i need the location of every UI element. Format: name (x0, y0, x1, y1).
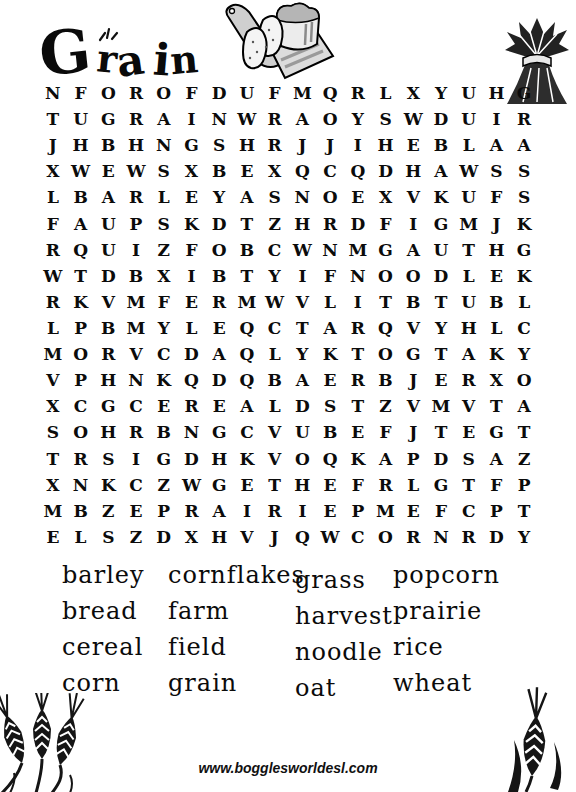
grid-cell: U (455, 80, 483, 106)
grid-cell: P (510, 472, 538, 498)
grid-cell: P (67, 367, 95, 393)
grid-cell: L (510, 289, 538, 315)
grid-cell: P (150, 498, 178, 524)
grid-cell: U (233, 80, 261, 106)
grid-cell: E (399, 132, 427, 158)
grid-cell: H (399, 158, 427, 184)
grid-cell: R (261, 498, 289, 524)
grid-cell: F (372, 419, 400, 445)
grid-cell: Z (372, 393, 400, 419)
title-letter: G (36, 20, 93, 85)
grid-cell: B (205, 158, 233, 184)
grid-cell: C (455, 498, 483, 524)
grid-cell: H (122, 132, 150, 158)
grid-cell: R (344, 315, 372, 341)
grid-cell: V (261, 419, 289, 445)
grid-cell: S (150, 211, 178, 237)
grid-cell: S (316, 393, 344, 419)
grid-cell: B (483, 289, 511, 315)
grid-cell: J (261, 524, 289, 550)
grid-cell: G (150, 446, 178, 472)
grid-cell: W (455, 158, 483, 184)
grid-cell: Z (122, 524, 150, 550)
grid-cell: G (483, 419, 511, 445)
grid-cell: Y (510, 341, 538, 367)
sparkle-icon (97, 26, 119, 44)
grid-cell: G (510, 80, 538, 106)
grid-cell: V (94, 289, 122, 315)
grid-cell: K (510, 211, 538, 237)
word-list: barleybreadcerealcorncornflakesfarmfield… (62, 558, 530, 707)
grid-cell: Y (261, 263, 289, 289)
grid-cell: Q (344, 158, 372, 184)
grid-cell: W (122, 158, 150, 184)
grid-cell: R (261, 106, 289, 132)
grid-cell: C (261, 315, 289, 341)
grid-cell: Z (261, 211, 289, 237)
word-item: field (168, 630, 295, 666)
grid-cell: O (372, 524, 400, 550)
grid-cell: W (399, 106, 427, 132)
grid-cell: S (261, 184, 289, 210)
grid-cell: F (483, 184, 511, 210)
grid-cell: I (233, 498, 261, 524)
grid-cell: J (39, 132, 67, 158)
title-letter: n (169, 40, 200, 80)
grid-cell: H (94, 367, 122, 393)
grid-cell: R (261, 132, 289, 158)
grid-cell: R (39, 237, 67, 263)
word-item: grass (295, 563, 393, 599)
grid-cell: M (288, 80, 316, 106)
grid-cell: M (233, 289, 261, 315)
grid-cell: K (67, 289, 95, 315)
grid-cell: Y (344, 106, 372, 132)
grid-cell: N (316, 237, 344, 263)
grid-cell: E (427, 367, 455, 393)
grid-cell: V (399, 184, 427, 210)
grid-cell: D (205, 80, 233, 106)
grid-cell: G (94, 106, 122, 132)
grid-cell: A (372, 446, 400, 472)
grid-cell: K (510, 263, 538, 289)
grid-cell: X (150, 263, 178, 289)
grid-cell: E (94, 158, 122, 184)
grid-cell: O (288, 446, 316, 472)
grid-cell: N (288, 184, 316, 210)
grid-cell: C (150, 341, 178, 367)
grid-cell: Y (427, 80, 455, 106)
grid-cell: X (483, 367, 511, 393)
grid-cell: A (510, 393, 538, 419)
word-item: oat (295, 671, 393, 707)
grid-cell: D (205, 367, 233, 393)
grid-cell: B (372, 367, 400, 393)
word-item: bread (62, 594, 168, 630)
grid-cell: H (455, 315, 483, 341)
grid-cell: H (483, 237, 511, 263)
grid-cell: O (150, 80, 178, 106)
grid-cell: K (427, 184, 455, 210)
grid-cell: A (233, 184, 261, 210)
grid-cell: I (288, 498, 316, 524)
grid-cell: B (94, 132, 122, 158)
grid-cell: B (67, 498, 95, 524)
grid-cell: B (233, 237, 261, 263)
grid-cell: R (122, 184, 150, 210)
grid-cell: W (39, 263, 67, 289)
grid-cell: T (67, 263, 95, 289)
grid-cell: K (344, 446, 372, 472)
grid-cell: N (205, 106, 233, 132)
grid-cell: I (483, 106, 511, 132)
grid-cell: R (399, 524, 427, 550)
grid-cell: T (261, 472, 289, 498)
grid-cell: C (261, 237, 289, 263)
grid-cell: Z (510, 446, 538, 472)
grid-cell: U (427, 237, 455, 263)
grid-cell: F (483, 472, 511, 498)
grid-cell: A (427, 158, 455, 184)
grid-cell: X (399, 80, 427, 106)
grid-cell: H (288, 472, 316, 498)
grid-cell: Q (288, 158, 316, 184)
grid-cell: G (205, 419, 233, 445)
grid-cell: L (261, 341, 289, 367)
grid-cell: N (39, 80, 67, 106)
grid-cell: E (344, 419, 372, 445)
grid-cell: E (233, 472, 261, 498)
word-search-grid: NFOROFDUFMQRLXYUHGTUGRAINWRAOYSWDUIRJHBH… (39, 80, 538, 550)
grid-cell: A (399, 237, 427, 263)
grid-cell: P (67, 315, 95, 341)
grid-cell: R (316, 211, 344, 237)
grid-cell: T (233, 263, 261, 289)
grid-cell: M (39, 498, 67, 524)
grid-cell: I (288, 263, 316, 289)
grid-cell: N (344, 263, 372, 289)
grid-cell: N (150, 132, 178, 158)
word-list-column: barleybreadcerealcorn (62, 558, 168, 707)
grid-cell: H (67, 132, 95, 158)
grid-cell: X (39, 158, 67, 184)
grid-cell: S (205, 132, 233, 158)
grid-cell: A (205, 498, 233, 524)
grid-cell: C (67, 393, 95, 419)
grid-cell: T (427, 341, 455, 367)
grid-cell: L (455, 132, 483, 158)
grid-cell: G (427, 211, 455, 237)
grid-cell: I (122, 237, 150, 263)
grid-cell: A (67, 211, 95, 237)
grid-cell: V (122, 341, 150, 367)
grid-cell: U (455, 289, 483, 315)
grid-cell: Q (288, 524, 316, 550)
grid-cell: O (510, 367, 538, 393)
grid-cell: O (399, 263, 427, 289)
grid-cell: A (150, 106, 178, 132)
grid-cell: T (233, 211, 261, 237)
grid-cell: E (399, 498, 427, 524)
grid-cell: W (233, 106, 261, 132)
grid-cell: T (510, 498, 538, 524)
grid-cell: B (399, 289, 427, 315)
grid-cell: O (205, 237, 233, 263)
grid-cell: M (344, 237, 372, 263)
grid-cell: T (455, 472, 483, 498)
grid-cell: F (39, 211, 67, 237)
grid-cell: R (344, 367, 372, 393)
grid-cell: S (510, 158, 538, 184)
grid-cell: L (483, 315, 511, 341)
grid-cell: H (205, 524, 233, 550)
grid-cell: U (94, 211, 122, 237)
grid-cell: F (261, 80, 289, 106)
grid-cell: S (483, 158, 511, 184)
grid-cell: C (510, 315, 538, 341)
grid-cell: E (205, 393, 233, 419)
grid-cell: Z (150, 237, 178, 263)
grid-cell: E (316, 498, 344, 524)
grid-cell: J (399, 419, 427, 445)
grid-cell: Y (150, 315, 178, 341)
grid-cell: G (510, 237, 538, 263)
grid-cell: H (233, 132, 261, 158)
grid-cell: W (178, 472, 206, 498)
grid-cell: D (427, 106, 455, 132)
grid-cell: M (122, 289, 150, 315)
grid-cell: V (455, 393, 483, 419)
grid-cell: X (178, 524, 206, 550)
grid-cell: T (510, 419, 538, 445)
grid-cell: R (94, 341, 122, 367)
grid-cell: G (94, 393, 122, 419)
grid-cell: F (178, 80, 206, 106)
grid-cell: A (510, 132, 538, 158)
grid-cell: Q (316, 80, 344, 106)
grid-cell: R (372, 472, 400, 498)
word-list-column: cornflakesfarmfieldgrain (168, 558, 295, 707)
grid-cell: Q (372, 315, 400, 341)
grid-cell: O (67, 341, 95, 367)
grid-cell: B (205, 263, 233, 289)
grid-cell: O (94, 80, 122, 106)
grid-cell: R (122, 419, 150, 445)
grid-cell: C (316, 158, 344, 184)
grid-cell: P (122, 211, 150, 237)
grid-cell: T (344, 393, 372, 419)
grid-cell: V (261, 446, 289, 472)
grid-cell: B (67, 184, 95, 210)
grid-cell: J (399, 367, 427, 393)
grid-cell: W (316, 524, 344, 550)
wheat-stalks-icon (0, 693, 88, 792)
grid-cell: L (39, 315, 67, 341)
grid-cell: A (94, 184, 122, 210)
grid-cell: N (122, 367, 150, 393)
grid-cell: M (372, 498, 400, 524)
grid-cell: F (67, 80, 95, 106)
grid-cell: E (316, 367, 344, 393)
grid-cell: L (67, 524, 95, 550)
grid-cell: D (483, 524, 511, 550)
grid-cell: V (399, 393, 427, 419)
grid-cell: Y (510, 524, 538, 550)
grid-cell: D (288, 393, 316, 419)
grid-cell: R (455, 524, 483, 550)
grid-cell: P (483, 498, 511, 524)
word-item: noodle (295, 635, 393, 671)
grid-cell: E (178, 184, 206, 210)
grid-cell: B (316, 419, 344, 445)
footer-url: www.bogglesworldesl.com (0, 760, 576, 776)
grid-cell: O (67, 419, 95, 445)
grid-cell: H (483, 80, 511, 106)
grid-cell: M (122, 315, 150, 341)
page-title: Grain (42, 10, 200, 82)
grid-cell: O (372, 263, 400, 289)
grid-cell: H (288, 211, 316, 237)
grid-cell: D (94, 263, 122, 289)
word-item: grain (168, 666, 295, 702)
grid-cell: D (427, 263, 455, 289)
grid-cell: D (178, 341, 206, 367)
grid-cell: D (344, 211, 372, 237)
grid-cell: Q (233, 367, 261, 393)
grid-cell: K (316, 341, 344, 367)
worksheet-page: { "game": "word-search", "title": { "tex… (0, 0, 576, 792)
grid-cell: O (372, 341, 400, 367)
grid-cell: X (39, 472, 67, 498)
word-item: rice (393, 630, 530, 666)
grid-cell: X (178, 158, 206, 184)
grid-cell: E (344, 184, 372, 210)
grid-cell: P (399, 446, 427, 472)
grid-cell: H (205, 446, 233, 472)
grid-cell: E (150, 393, 178, 419)
grid-cell: F (150, 289, 178, 315)
grid-cell: K (150, 367, 178, 393)
grid-cell: Q (316, 446, 344, 472)
grid-cell: A (205, 341, 233, 367)
grid-cell: O (316, 106, 344, 132)
grid-cell: W (261, 289, 289, 315)
grid-cell: A (288, 367, 316, 393)
grid-cell: A (483, 132, 511, 158)
grid-cell: W (67, 158, 95, 184)
grid-cell: S (94, 446, 122, 472)
grid-cell: T (427, 419, 455, 445)
grid-cell: M (39, 341, 67, 367)
bread-loaf-icon (218, 0, 340, 85)
grid-cell: B (427, 132, 455, 158)
grid-cell: N (178, 419, 206, 445)
grid-cell: S (150, 158, 178, 184)
grid-cell: T (288, 315, 316, 341)
grid-cell: J (288, 132, 316, 158)
grid-cell: A (288, 106, 316, 132)
grid-cell: O (316, 184, 344, 210)
grid-cell: U (455, 184, 483, 210)
grid-cell: G (372, 237, 400, 263)
word-item: farm (168, 594, 295, 630)
grid-cell: E (455, 419, 483, 445)
grid-cell: W (288, 237, 316, 263)
grid-cell: K (483, 341, 511, 367)
grid-cell: R (205, 289, 233, 315)
grid-cell: L (39, 184, 67, 210)
grid-cell: X (372, 184, 400, 210)
grid-cell: D (150, 524, 178, 550)
grid-cell: S (455, 446, 483, 472)
grid-cell: R (455, 367, 483, 393)
grid-cell: L (178, 315, 206, 341)
grid-cell: T (39, 106, 67, 132)
grid-cell: T (39, 446, 67, 472)
grid-cell: U (94, 237, 122, 263)
grid-cell: R (122, 80, 150, 106)
grid-cell: G (205, 472, 233, 498)
grid-cell: B (150, 419, 178, 445)
word-item: cereal (62, 630, 168, 666)
grid-cell: K (178, 211, 206, 237)
grid-cell: Q (233, 315, 261, 341)
grid-cell: E (178, 289, 206, 315)
grid-cell: L (150, 184, 178, 210)
grid-cell: K (94, 472, 122, 498)
grid-cell: C (233, 419, 261, 445)
grid-cell: B (261, 367, 289, 393)
grid-cell: I (178, 106, 206, 132)
grid-cell: S (372, 106, 400, 132)
grid-cell: T (372, 289, 400, 315)
grid-cell: F (316, 263, 344, 289)
grid-cell: T (344, 341, 372, 367)
word-item: harvest (295, 599, 393, 635)
grid-cell: Y (288, 341, 316, 367)
grid-cell: A (316, 315, 344, 341)
grid-cell: H (94, 419, 122, 445)
grid-cell: M (427, 393, 455, 419)
grid-cell: U (288, 419, 316, 445)
grid-cell: U (67, 106, 95, 132)
grid-cell: C (122, 393, 150, 419)
grid-cell: R (39, 289, 67, 315)
grid-cell: E (483, 263, 511, 289)
grid-cell: F (344, 472, 372, 498)
grid-cell: M (455, 211, 483, 237)
grid-cell: T (455, 237, 483, 263)
grid-cell: E (205, 315, 233, 341)
grid-cell: S (94, 524, 122, 550)
grid-cell: N (427, 524, 455, 550)
grid-cell: B (94, 315, 122, 341)
grid-cell: E (39, 524, 67, 550)
grid-cell: R (178, 393, 206, 419)
grid-cell: R (122, 106, 150, 132)
grid-cell: A (233, 393, 261, 419)
grid-cell: K (233, 446, 261, 472)
grid-cell: Q (178, 367, 206, 393)
grid-cell: I (344, 132, 372, 158)
grid-cell: H (372, 132, 400, 158)
grid-cell: I (178, 263, 206, 289)
grid-cell: L (261, 393, 289, 419)
grid-cell: F (427, 498, 455, 524)
grid-cell: Y (205, 184, 233, 210)
grid-cell: C (122, 472, 150, 498)
word-item: popcorn (393, 558, 530, 594)
